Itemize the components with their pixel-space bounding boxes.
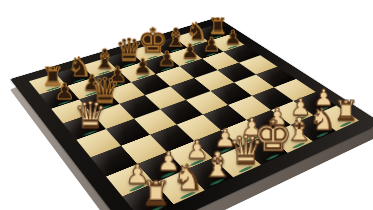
felt-ring [179,191,196,200]
chess-board: ♜♞♝♛♚♝♞♜♟♟♟♟♟♟♟♟♛♛♟♟♟♟♟♟♟♟♜♞♝♛♚♝♞♜ [10,17,373,210]
felt-ring [238,165,253,173]
piece-white-pawn: ♟ [314,87,334,110]
felt-ring [316,131,329,138]
piece-white-rook: ♜ [334,97,359,125]
piece-black-rook: ♜ [208,15,228,37]
board-scene: ♜♞♝♛♚♝♞♜♟♟♟♟♟♟♟♟♛♛♟♟♟♟♟♟♟♟♜♞♝♛♚♝♞♜ [0,0,373,210]
felt-ring [209,178,225,186]
felt-ring [291,142,305,149]
piece-black-knight: ♞ [186,20,208,44]
piece-black-pawn: ♟ [224,28,241,47]
felt-ring [339,121,352,127]
product-photo-scene: ♜♞♝♛♚♝♞♜♟♟♟♟♟♟♟♟♛♛♟♟♟♟♟♟♟♟♜♞♝♛♚♝♞♜ [0,0,373,210]
felt-ring [265,154,280,161]
square-d1: ♛ [213,147,261,178]
felt-ring [147,205,164,210]
